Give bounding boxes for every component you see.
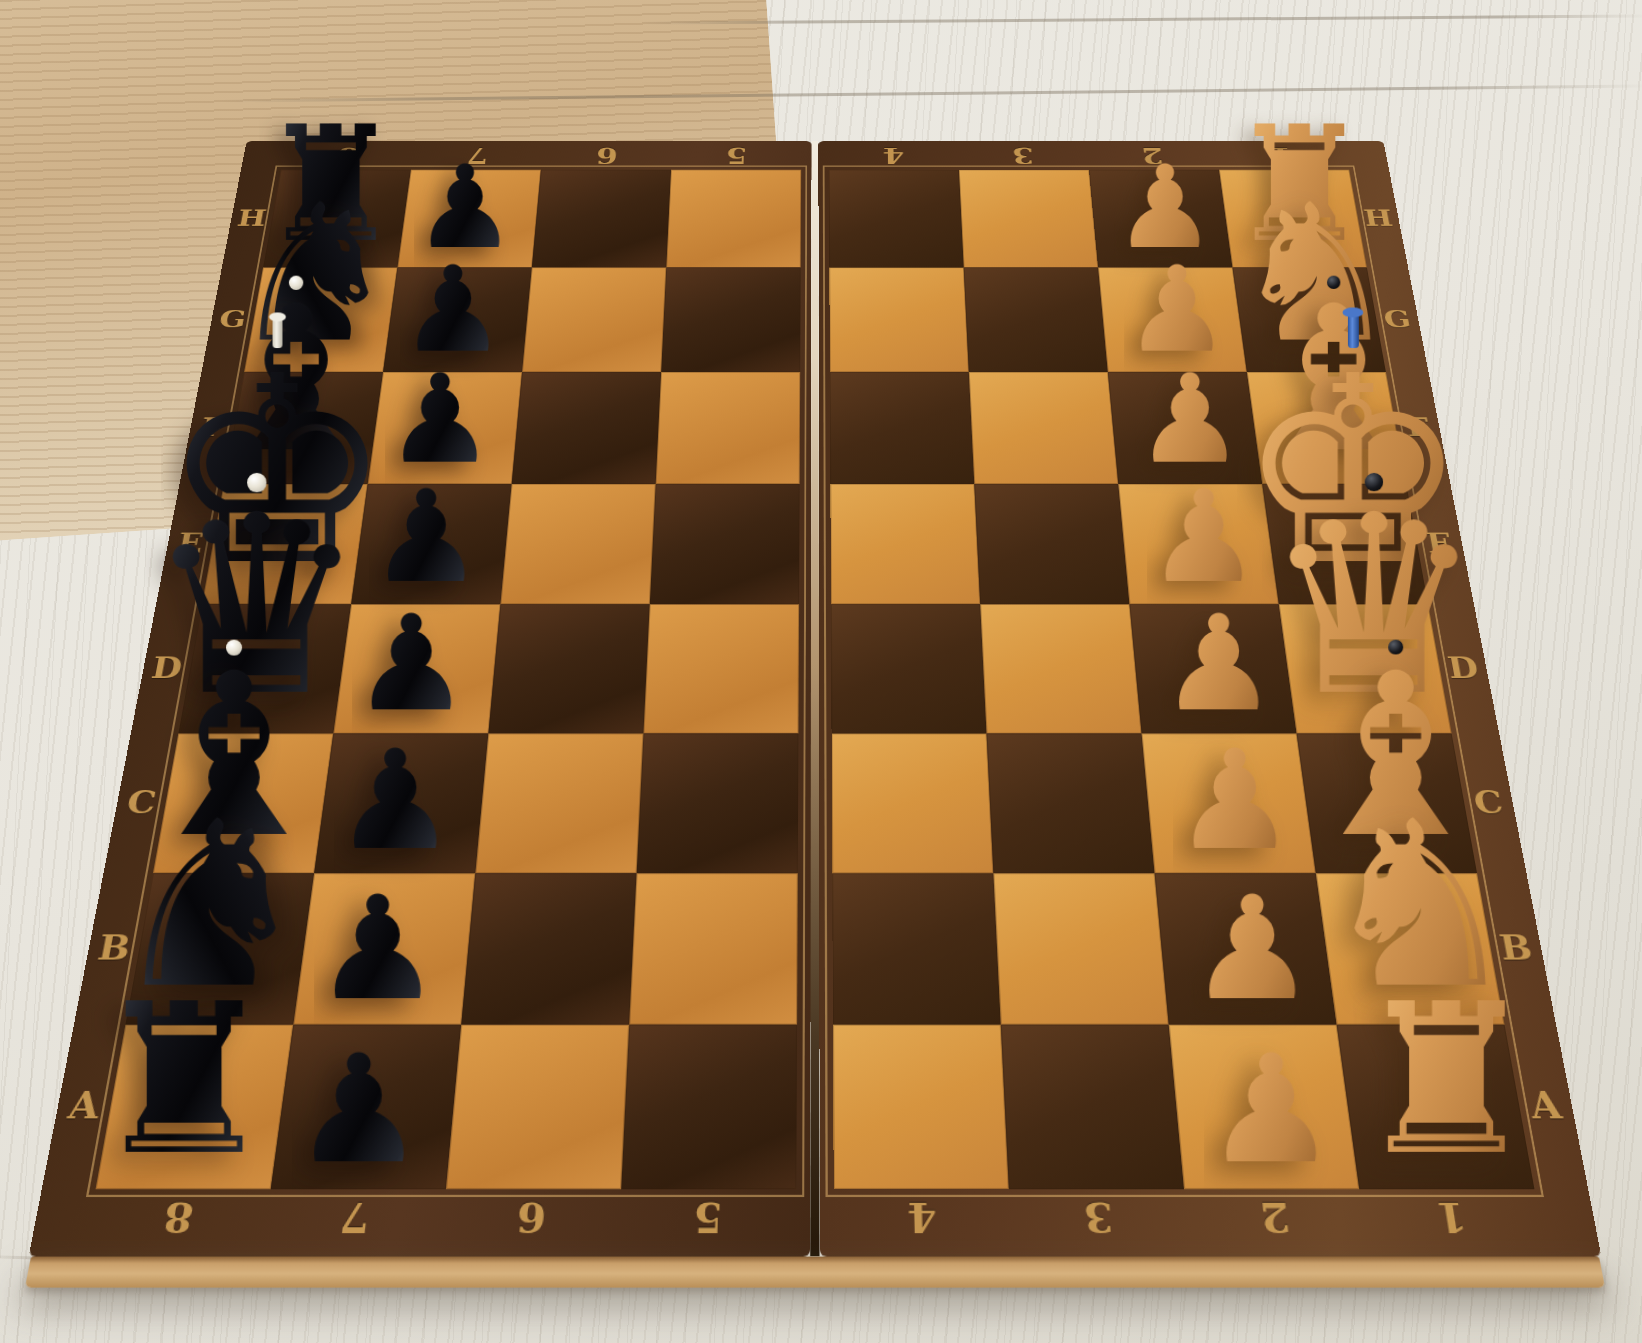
square-a8[interactable]: ♜ [96, 1025, 294, 1189]
square-b3[interactable] [993, 873, 1168, 1024]
black-ball-finial [1364, 473, 1383, 492]
rank-label-8-bottom: 8 [160, 1194, 197, 1243]
square-b2[interactable]: ♟ [1155, 873, 1337, 1024]
square-b6[interactable] [461, 873, 636, 1024]
rank-label-1-bottom: 1 [1433, 1194, 1470, 1243]
rank-label-6-top: 6 [595, 143, 618, 169]
square-e4[interactable] [830, 484, 980, 604]
board-front-edge [25, 1257, 1605, 1288]
rank-label-5-top: 5 [725, 143, 747, 169]
white-spike-finial [272, 315, 282, 348]
rank-label-4-top: 4 [882, 143, 904, 169]
white-rook[interactable]: ♜ [1353, 977, 1539, 1185]
square-g3[interactable] [964, 268, 1108, 372]
square-d3[interactable] [980, 604, 1141, 733]
square-c5[interactable] [637, 734, 799, 874]
square-e3[interactable] [974, 484, 1129, 604]
square-b4[interactable] [832, 873, 1001, 1024]
rank-label-3-top: 3 [1011, 143, 1034, 169]
square-c4[interactable] [832, 734, 994, 874]
black-pawn[interactable]: ♟ [292, 1035, 426, 1184]
square-b7[interactable]: ♟ [293, 873, 475, 1024]
square-b5[interactable] [629, 873, 798, 1024]
blue-spike-finial [1347, 311, 1358, 348]
square-e5[interactable] [650, 484, 800, 604]
white-pawn-glyph: ♟ [1188, 877, 1316, 1020]
black-pawn-glyph: ♟ [314, 877, 442, 1020]
white-ball-finial [247, 473, 267, 493]
board-right-half: ♟♜♟♞♟♝♟♚♟♛♟♝♟♞♟♜44332211HGFEDCBA [818, 141, 1601, 1256]
black-rook-glyph: ♜ [91, 977, 277, 1185]
square-a5[interactable] [621, 1025, 797, 1189]
square-c2[interactable]: ♟ [1142, 734, 1316, 874]
white-ball-small-finial [289, 276, 303, 290]
square-a1[interactable]: ♜ [1337, 1025, 1535, 1189]
square-a7[interactable]: ♟ [271, 1025, 462, 1189]
board-left-squares: ♜♟♞♟♝♟♚♟♛♟♝♟♞♟♜♟ [96, 170, 802, 1189]
white-pawn-glyph: ♟ [1173, 732, 1296, 869]
plank-seam [640, 14, 1642, 24]
square-f3[interactable] [969, 372, 1118, 484]
white-pawn-glyph: ♟ [1159, 598, 1277, 730]
square-g4[interactable] [829, 268, 969, 372]
black-ball-small-finial [1388, 640, 1403, 655]
chess-board: ♜♟♞♟♝♟♚♟♛♟♝♟♞♟♜♟88776655HGFEDCBA ♟♜♟♞♟♝♟… [23, 141, 1608, 1288]
square-c3[interactable] [987, 734, 1155, 874]
black-rook[interactable]: ♜ [91, 977, 277, 1185]
square-f4[interactable] [830, 372, 975, 484]
square-d6[interactable] [488, 604, 649, 733]
black-pawn-glyph: ♟ [369, 474, 483, 601]
table-surface: ♜♟♞♟♝♟♚♟♛♟♝♟♞♟♜♟88776655HGFEDCBA ♟♜♟♞♟♝♟… [0, 0, 1642, 1343]
black-pawn[interactable]: ♟ [352, 598, 470, 730]
square-d7[interactable]: ♟ [333, 604, 500, 733]
white-pawn[interactable]: ♟ [1173, 732, 1296, 869]
white-pawn[interactable]: ♟ [1159, 598, 1277, 730]
black-pawn[interactable]: ♟ [369, 474, 483, 601]
square-f6[interactable] [512, 372, 661, 484]
square-g5[interactable] [661, 268, 801, 372]
square-g6[interactable] [522, 268, 666, 372]
square-a2[interactable]: ♟ [1169, 1025, 1360, 1189]
black-pawn-glyph: ♟ [334, 732, 457, 869]
square-h6[interactable] [532, 170, 671, 268]
square-a6[interactable] [446, 1025, 629, 1189]
square-a3[interactable] [1001, 1025, 1184, 1189]
rank-label-6-bottom: 6 [515, 1194, 548, 1243]
square-h4[interactable] [829, 170, 964, 268]
rank-label-7-bottom: 7 [337, 1194, 372, 1243]
white-pawn[interactable]: ♟ [1204, 1035, 1338, 1184]
rank-label-5-bottom: 5 [692, 1194, 723, 1243]
square-a4[interactable] [833, 1025, 1009, 1189]
rank-label-3-bottom: 3 [1082, 1194, 1115, 1243]
black-pawn[interactable]: ♟ [314, 877, 442, 1020]
white-ball-small-finial [226, 640, 242, 656]
square-c7[interactable]: ♟ [314, 734, 488, 874]
rank-label-4-bottom: 4 [907, 1194, 938, 1243]
square-h3[interactable] [959, 170, 1098, 268]
rank-label-2-bottom: 2 [1258, 1194, 1293, 1243]
white-pawn[interactable]: ♟ [1188, 877, 1316, 1020]
square-d4[interactable] [831, 604, 987, 733]
square-f5[interactable] [656, 372, 801, 484]
black-pawn[interactable]: ♟ [334, 732, 457, 869]
square-h5[interactable] [666, 170, 801, 268]
white-rook-glyph: ♜ [1353, 977, 1539, 1185]
board-right-squares: ♟♜♟♞♟♝♟♚♟♛♟♝♟♞♟♜ [829, 170, 1535, 1189]
square-d5[interactable] [643, 604, 799, 733]
black-pawn-glyph: ♟ [352, 598, 470, 730]
square-c6[interactable] [475, 734, 643, 874]
black-ball-small-finial [1327, 276, 1340, 289]
black-pawn-glyph: ♟ [292, 1035, 426, 1184]
white-pawn-glyph: ♟ [1204, 1035, 1338, 1184]
square-e6[interactable] [500, 484, 655, 604]
